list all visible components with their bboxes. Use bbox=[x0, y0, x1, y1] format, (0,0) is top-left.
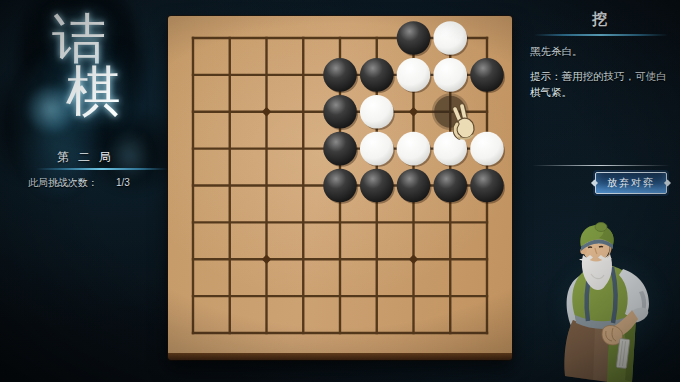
round-label: 第二局 bbox=[0, 149, 168, 166]
puzzle-info-panel: 挖 黑先杀白。 提示：善用挖的技巧，可使白棋气紧。 放弃对弈 bbox=[522, 10, 678, 210]
black-stone bbox=[360, 58, 394, 92]
title-divider bbox=[534, 34, 668, 36]
mode-title-calligraphy-char2: 棋 bbox=[66, 64, 121, 119]
white-stone bbox=[397, 58, 431, 92]
white-stone bbox=[397, 132, 431, 166]
black-stone bbox=[470, 169, 504, 203]
white-stone bbox=[433, 21, 467, 55]
black-stone bbox=[470, 58, 504, 92]
attempts-counter: 此局挑战次数：1/3 bbox=[28, 176, 130, 190]
white-stone bbox=[360, 132, 394, 166]
go-board[interactable] bbox=[168, 16, 512, 360]
old-master-illustration bbox=[543, 222, 680, 382]
mode-title-calligraphy-char1: 诘 bbox=[52, 12, 106, 66]
black-stone bbox=[360, 169, 394, 203]
white-stone bbox=[433, 58, 467, 92]
star-point bbox=[262, 254, 272, 264]
attempts-value: 1/3 bbox=[116, 177, 130, 188]
left-panel: 诘 棋 第二局 此局挑战次数：1/3 bbox=[0, 0, 168, 382]
black-stone bbox=[397, 21, 431, 55]
black-stone bbox=[323, 58, 357, 92]
board-grid[interactable] bbox=[168, 16, 512, 353]
board-edge bbox=[168, 353, 512, 360]
left-panel-divider bbox=[36, 168, 168, 170]
white-stone bbox=[360, 95, 394, 129]
black-stone bbox=[323, 132, 357, 166]
button-divider bbox=[532, 165, 670, 166]
attempts-label: 此局挑战次数： bbox=[28, 177, 98, 188]
game-screen: 诘 棋 第二局 此局挑战次数：1/3 挖 黑先杀白。 提示：善用挖的技巧，可使白… bbox=[0, 0, 680, 382]
board-surface[interactable] bbox=[168, 16, 512, 353]
resign-button[interactable]: 放弃对弈 bbox=[595, 172, 667, 194]
black-stone bbox=[323, 169, 357, 203]
hand-tap-cursor-icon bbox=[446, 104, 480, 142]
hint-text: 提示：善用挖的技巧，可使白棋气紧。 bbox=[530, 69, 674, 101]
black-stone bbox=[397, 169, 431, 203]
black-stone bbox=[433, 169, 467, 203]
star-point bbox=[409, 254, 419, 264]
technique-title: 挖 bbox=[522, 10, 678, 29]
star-point bbox=[409, 107, 419, 117]
star-point bbox=[262, 107, 272, 117]
objective-text: 黑先杀白。 bbox=[530, 43, 674, 59]
black-stone bbox=[323, 95, 357, 129]
